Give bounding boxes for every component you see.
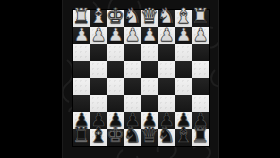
square-r3c6[interactable]	[158, 44, 175, 61]
square-r5c1[interactable]	[73, 78, 90, 95]
square-r8c8[interactable]: ♜	[192, 129, 209, 146]
square-r1c2[interactable]: ♝	[90, 10, 107, 27]
square-r1c4[interactable]: ♞	[124, 10, 141, 27]
piece-white-pawn[interactable]: ♟	[124, 26, 140, 43]
square-r5c2[interactable]	[90, 78, 107, 95]
piece-white-knight[interactable]: ♞	[123, 8, 142, 25]
square-r5c5[interactable]	[141, 78, 158, 95]
square-r6c8[interactable]	[192, 95, 209, 112]
piece-white-rook[interactable]: ♜	[72, 8, 91, 25]
piece-black-pawn[interactable]: ♟	[175, 111, 191, 128]
square-r7c6[interactable]: ♟	[158, 112, 175, 129]
square-r1c1[interactable]: ♜	[73, 10, 90, 27]
piece-white-pawn[interactable]: ♟	[192, 26, 208, 43]
square-r2c8[interactable]: ♟	[192, 27, 209, 44]
piece-black-king[interactable]: ♚	[106, 127, 125, 144]
square-r5c6[interactable]	[158, 78, 175, 95]
square-r7c8[interactable]: ♟	[192, 112, 209, 129]
square-r2c5[interactable]: ♟	[141, 27, 158, 44]
square-r1c6[interactable]: ♞	[158, 10, 175, 27]
square-r5c8[interactable]	[192, 78, 209, 95]
square-r5c3[interactable]	[107, 78, 124, 95]
piece-white-pawn[interactable]: ♟	[175, 26, 191, 43]
piece-black-pawn[interactable]: ♟	[73, 111, 89, 128]
square-r4c1[interactable]	[73, 61, 90, 78]
square-r6c5[interactable]	[141, 95, 158, 112]
square-r7c2[interactable]: ♟	[90, 112, 107, 129]
square-r4c3[interactable]	[107, 61, 124, 78]
square-r8c2[interactable]: ♝	[90, 129, 107, 146]
piece-white-bishop[interactable]: ♝	[89, 8, 108, 25]
piece-black-knight[interactable]: ♞	[157, 127, 176, 144]
square-r3c3[interactable]	[107, 44, 124, 61]
square-r7c4[interactable]: ♟	[124, 112, 141, 129]
square-r6c2[interactable]	[90, 95, 107, 112]
piece-black-rook[interactable]: ♜	[191, 127, 210, 144]
piece-black-knight[interactable]: ♞	[123, 127, 142, 144]
square-r2c3[interactable]: ♟	[107, 27, 124, 44]
square-r3c1[interactable]	[73, 44, 90, 61]
chess-app-panel: ♜♝♚♞♛♞♝♜♟♟♟♟♟♟♟♟♟♟♟♟♟♟♟♟♜♝♚♞♛♞♝♜	[62, 0, 219, 158]
chess-board: ♜♝♚♞♛♞♝♜♟♟♟♟♟♟♟♟♟♟♟♟♟♟♟♟♜♝♚♞♛♞♝♜	[73, 10, 209, 146]
square-r5c7[interactable]	[175, 78, 192, 95]
square-r4c4[interactable]	[124, 61, 141, 78]
piece-white-bishop[interactable]: ♝	[174, 8, 193, 25]
square-r3c2[interactable]	[90, 44, 107, 61]
square-r4c8[interactable]	[192, 61, 209, 78]
square-r8c7[interactable]: ♝	[175, 129, 192, 146]
piece-white-pawn[interactable]: ♟	[158, 26, 174, 43]
piece-white-pawn[interactable]: ♟	[90, 26, 106, 43]
piece-black-pawn[interactable]: ♟	[141, 111, 157, 128]
piece-black-rook[interactable]: ♜	[72, 127, 91, 144]
square-r4c7[interactable]	[175, 61, 192, 78]
square-r6c7[interactable]	[175, 95, 192, 112]
square-r7c7[interactable]: ♟	[175, 112, 192, 129]
square-r6c3[interactable]	[107, 95, 124, 112]
piece-black-pawn[interactable]: ♟	[192, 111, 208, 128]
square-r2c2[interactable]: ♟	[90, 27, 107, 44]
piece-black-bishop[interactable]: ♝	[174, 127, 193, 144]
square-r4c6[interactable]	[158, 61, 175, 78]
square-r1c3[interactable]: ♚	[107, 10, 124, 27]
square-r4c5[interactable]	[141, 61, 158, 78]
square-r7c1[interactable]: ♟	[73, 112, 90, 129]
piece-white-pawn[interactable]: ♟	[107, 26, 123, 43]
square-r2c7[interactable]: ♟	[175, 27, 192, 44]
piece-white-pawn[interactable]: ♟	[73, 26, 89, 43]
letterbox-left	[0, 0, 62, 158]
piece-white-queen[interactable]: ♛	[140, 8, 159, 25]
piece-black-pawn[interactable]: ♟	[90, 111, 106, 128]
square-r5c4[interactable]	[124, 78, 141, 95]
square-r8c5[interactable]: ♛	[141, 129, 158, 146]
square-r3c4[interactable]	[124, 44, 141, 61]
square-r6c4[interactable]	[124, 95, 141, 112]
square-r3c7[interactable]	[175, 44, 192, 61]
square-r2c6[interactable]: ♟	[158, 27, 175, 44]
square-r8c1[interactable]: ♜	[73, 129, 90, 146]
piece-white-pawn[interactable]: ♟	[141, 26, 157, 43]
square-r2c4[interactable]: ♟	[124, 27, 141, 44]
piece-white-rook[interactable]: ♜	[191, 8, 210, 25]
letterbox-right	[219, 0, 280, 158]
square-r1c5[interactable]: ♛	[141, 10, 158, 27]
square-r1c7[interactable]: ♝	[175, 10, 192, 27]
square-r7c5[interactable]: ♟	[141, 112, 158, 129]
piece-black-bishop[interactable]: ♝	[89, 127, 108, 144]
square-r7c3[interactable]: ♟	[107, 112, 124, 129]
piece-white-knight[interactable]: ♞	[157, 8, 176, 25]
square-r4c2[interactable]	[90, 61, 107, 78]
square-r3c8[interactable]	[192, 44, 209, 61]
piece-black-queen[interactable]: ♛	[140, 127, 159, 144]
square-r8c4[interactable]: ♞	[124, 129, 141, 146]
square-r3c5[interactable]	[141, 44, 158, 61]
square-r8c3[interactable]: ♚	[107, 129, 124, 146]
piece-white-king[interactable]: ♚	[106, 8, 125, 25]
piece-black-pawn[interactable]: ♟	[158, 111, 174, 128]
square-r2c1[interactable]: ♟	[73, 27, 90, 44]
square-r8c6[interactable]: ♞	[158, 129, 175, 146]
piece-black-pawn[interactable]: ♟	[107, 111, 123, 128]
square-r1c8[interactable]: ♜	[192, 10, 209, 27]
square-r6c6[interactable]	[158, 95, 175, 112]
square-r6c1[interactable]	[73, 95, 90, 112]
piece-black-pawn[interactable]: ♟	[124, 111, 140, 128]
